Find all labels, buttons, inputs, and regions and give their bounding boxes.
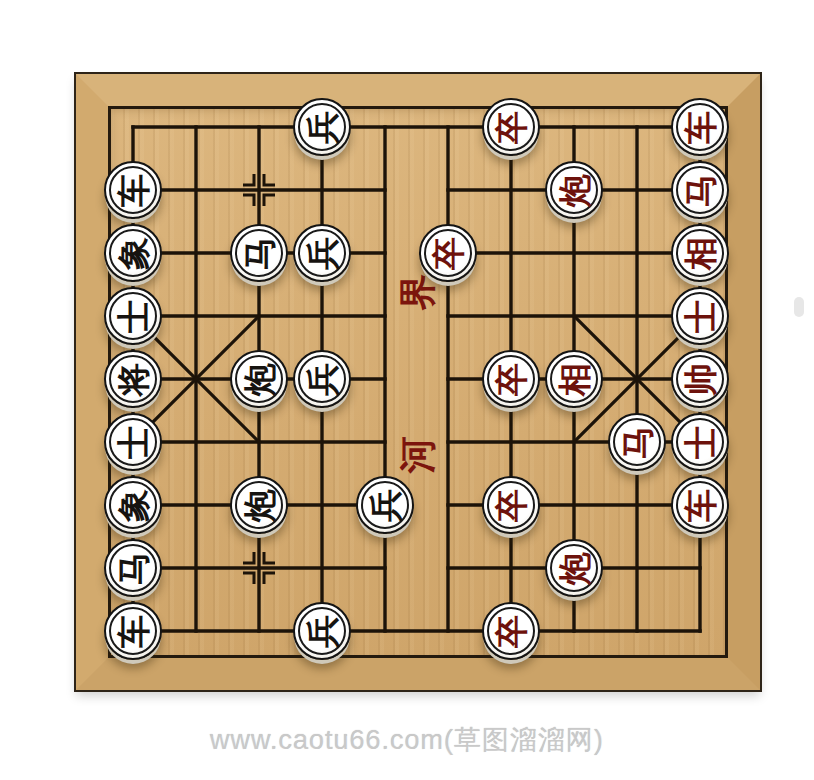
piece-black-soldier: 兵	[356, 476, 414, 534]
piece-glyph: 炮	[558, 174, 591, 207]
piece-red-advisor: 士	[671, 413, 729, 471]
piece-glyph: 炮	[558, 552, 591, 585]
piece-glyph: 卒	[432, 237, 465, 270]
piece-glyph: 帅	[684, 363, 717, 396]
piece-glyph: 将	[117, 363, 150, 396]
piece-black-elephant: 象	[104, 476, 162, 534]
piece-glyph: 车	[684, 489, 717, 522]
piece-glyph: 卒	[495, 615, 528, 648]
piece-glyph: 马	[621, 426, 654, 459]
piece-glyph: 兵	[306, 615, 339, 648]
piece-red-general: 帅	[671, 350, 729, 408]
piece-glyph: 马	[117, 552, 150, 585]
piece-black-general: 将	[104, 350, 162, 408]
piece-glyph: 兵	[306, 237, 339, 270]
piece-black-horse: 马	[230, 224, 288, 282]
piece-glyph: 士	[684, 426, 717, 459]
piece-red-cannon: 炮	[545, 161, 603, 219]
piece-glyph: 兵	[369, 489, 402, 522]
piece-red-soldier: 卒	[482, 602, 540, 660]
piece-red-soldier: 卒	[419, 224, 477, 282]
piece-red-soldier: 卒	[482, 98, 540, 156]
piece-glyph: 象	[117, 237, 150, 270]
piece-black-horse: 马	[104, 539, 162, 597]
piece-red-horse: 马	[608, 413, 666, 471]
piece-black-soldier: 兵	[293, 350, 351, 408]
piece-glyph: 车	[117, 615, 150, 648]
piece-red-soldier: 卒	[482, 476, 540, 534]
piece-glyph: 兵	[306, 111, 339, 144]
piece-glyph: 炮	[243, 489, 276, 522]
piece-red-elephant: 相	[671, 224, 729, 282]
piece-red-advisor: 士	[671, 287, 729, 345]
piece-black-advisor: 士	[104, 287, 162, 345]
piece-glyph: 卒	[495, 489, 528, 522]
piece-black-soldier: 兵	[293, 98, 351, 156]
piece-red-horse: 马	[671, 161, 729, 219]
piece-black-soldier: 兵	[293, 602, 351, 660]
piece-red-rook: 车	[671, 476, 729, 534]
piece-black-cannon: 炮	[230, 350, 288, 408]
piece-glyph: 车	[684, 111, 717, 144]
piece-black-rook: 车	[104, 161, 162, 219]
piece-glyph: 马	[243, 237, 276, 270]
piece-glyph: 炮	[243, 363, 276, 396]
piece-glyph: 卒	[495, 111, 528, 144]
piece-glyph: 相	[684, 237, 717, 270]
piece-glyph: 士	[117, 426, 150, 459]
scrollbar-thumb[interactable]	[794, 297, 804, 317]
piece-glyph: 相	[558, 363, 591, 396]
piece-glyph: 卒	[495, 363, 528, 396]
piece-red-elephant: 相	[545, 350, 603, 408]
piece-glyph: 士	[117, 300, 150, 333]
board-surface: 界 河 车象士将士象马车马炮炮兵兵兵兵兵车马相士帅士车炮相炮马卒卒卒卒卒	[108, 106, 728, 658]
piece-black-soldier: 兵	[293, 224, 351, 282]
piece-red-rook: 车	[671, 98, 729, 156]
piece-red-soldier: 卒	[482, 350, 540, 408]
piece-black-cannon: 炮	[230, 476, 288, 534]
xiangqi-board: 界 河 车象士将士象马车马炮炮兵兵兵兵兵车马相士帅士车炮相炮马卒卒卒卒卒	[76, 74, 760, 690]
piece-red-cannon: 炮	[545, 539, 603, 597]
piece-glyph: 士	[684, 300, 717, 333]
watermark-text: www.caotu66.com(草图溜溜网)	[0, 722, 814, 758]
piece-glyph: 车	[117, 174, 150, 207]
piece-glyph: 象	[117, 489, 150, 522]
piece-black-advisor: 士	[104, 413, 162, 471]
piece-glyph: 马	[684, 174, 717, 207]
piece-glyph: 兵	[306, 363, 339, 396]
piece-black-rook: 车	[104, 602, 162, 660]
board-grid-lines	[108, 106, 728, 658]
piece-black-elephant: 象	[104, 224, 162, 282]
page-background: 界 河 车象士将士象马车马炮炮兵兵兵兵兵车马相士帅士车炮相炮马卒卒卒卒卒 www…	[0, 0, 814, 780]
